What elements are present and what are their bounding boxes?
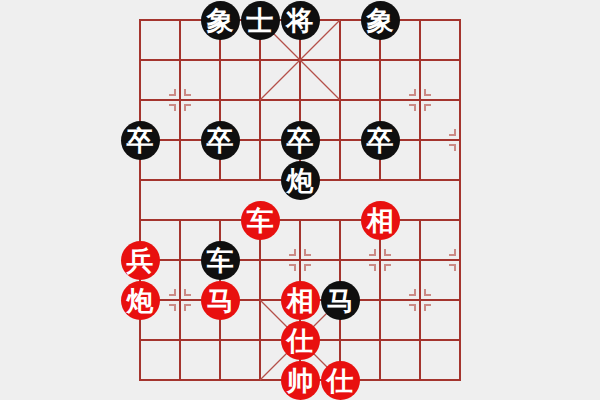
piece-black-soldier[interactable]: 卒 (201, 121, 240, 160)
piece-red-elephant[interactable]: 相 (361, 201, 400, 240)
piece-black-soldier[interactable]: 卒 (121, 121, 160, 160)
piece-black-soldier[interactable]: 卒 (361, 121, 400, 160)
piece-black-cannon[interactable]: 炮 (281, 161, 320, 200)
piece-red-advisor[interactable]: 仕 (321, 361, 360, 400)
xiangqi-board[interactable]: 象士将象卒卒卒卒炮车马车相兵炮马相仕帅仕 (139, 19, 461, 381)
piece-red-advisor[interactable]: 仕 (281, 321, 320, 360)
piece-black-elephant[interactable]: 象 (361, 1, 400, 40)
xiangqi-screen: 象士将象卒卒卒卒炮车马车相兵炮马相仕帅仕 (0, 0, 600, 400)
piece-red-chariot[interactable]: 车 (241, 201, 280, 240)
piece-black-elephant[interactable]: 象 (201, 1, 240, 40)
piece-black-soldier[interactable]: 卒 (281, 121, 320, 160)
piece-black-chariot[interactable]: 车 (201, 241, 240, 280)
piece-black-general[interactable]: 将 (281, 1, 320, 40)
piece-black-advisor[interactable]: 士 (241, 1, 280, 40)
piece-red-horse[interactable]: 马 (201, 281, 240, 320)
piece-red-cannon[interactable]: 炮 (121, 281, 160, 320)
piece-red-general[interactable]: 帅 (281, 361, 320, 400)
piece-red-elephant[interactable]: 相 (281, 281, 320, 320)
piece-black-horse[interactable]: 马 (321, 281, 360, 320)
piece-red-soldier[interactable]: 兵 (121, 241, 160, 280)
